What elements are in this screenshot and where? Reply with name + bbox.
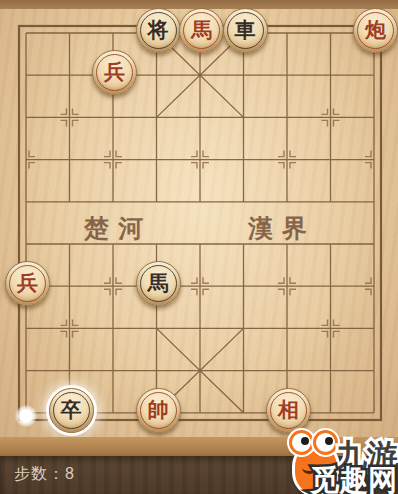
piece-black-soldier[interactable]: 卒	[49, 388, 94, 433]
piece-character: 馬	[148, 272, 169, 293]
piece-character: 将	[148, 19, 169, 40]
river-label-right: 漢界	[248, 212, 316, 245]
piece-character: 車	[235, 19, 256, 40]
piece-red-general[interactable]: 帥	[136, 388, 181, 433]
move-counter-value: 8	[65, 465, 75, 482]
piece-character: 炮	[365, 19, 386, 40]
piece-character: 兵	[17, 272, 38, 293]
logo-text: 九游 觅趣网	[282, 424, 398, 494]
piece-character: 馬	[191, 19, 212, 40]
move-counter: 步数：8	[14, 464, 75, 485]
piece-red-cannon[interactable]: 炮	[353, 8, 398, 53]
river-label-left: 楚河	[84, 212, 152, 245]
move-indicator-dot[interactable]	[15, 405, 37, 427]
brand-logo: 九游 觅趣网	[282, 424, 398, 494]
piece-black-horse[interactable]: 馬	[136, 261, 181, 306]
piece-black-chariot[interactable]: 車	[223, 8, 268, 53]
piece-character: 帥	[148, 399, 169, 420]
piece-red-soldier[interactable]: 兵	[5, 261, 50, 306]
move-counter-label: 步数	[14, 465, 48, 482]
piece-red-horse[interactable]: 馬	[179, 8, 224, 53]
piece-character: 卒	[61, 399, 82, 420]
xiangqi-app-screen: 楚河 漢界 将馬車炮兵兵馬卒帥相 步数：8 九游 觅趣网	[0, 0, 398, 494]
piece-character: 相	[278, 399, 299, 420]
watermark-text: 觅趣网	[309, 463, 397, 494]
piece-character: 兵	[104, 61, 125, 82]
move-counter-separator: ：	[48, 465, 65, 482]
piece-red-soldier[interactable]: 兵	[92, 50, 137, 95]
piece-black-general[interactable]: 将	[136, 8, 181, 53]
